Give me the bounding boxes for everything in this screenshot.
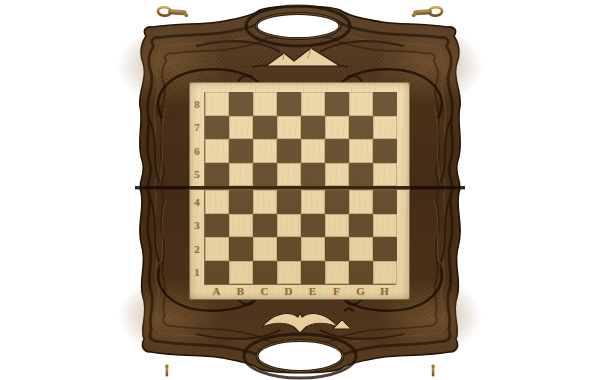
square-f2 xyxy=(325,237,349,261)
square-e6 xyxy=(301,139,325,163)
square-b8 xyxy=(229,92,253,116)
square-c1 xyxy=(253,261,277,285)
file-label-d: D xyxy=(277,284,301,298)
rank-label-4: 4 xyxy=(190,196,204,207)
product-photo: 87654321 ABCDEFGH xyxy=(0,0,600,380)
file-label-c: C xyxy=(253,284,277,298)
square-c6 xyxy=(253,139,277,163)
rank-label-7: 7 xyxy=(190,122,204,133)
square-e2 xyxy=(301,237,325,261)
square-b5 xyxy=(229,163,253,187)
hinge-pin-left xyxy=(165,364,169,376)
handle-cutout-top xyxy=(246,6,350,46)
rank-label-2: 2 xyxy=(190,243,204,254)
square-g6 xyxy=(349,139,373,163)
square-c2 xyxy=(253,237,277,261)
square-d2 xyxy=(277,237,301,261)
square-d8 xyxy=(277,92,301,116)
square-f3 xyxy=(325,214,349,238)
square-a6 xyxy=(205,139,229,163)
square-b1 xyxy=(229,261,253,285)
square-d7 xyxy=(277,116,301,140)
square-g4 xyxy=(349,190,373,214)
square-f5 xyxy=(325,163,349,187)
chess-board xyxy=(205,92,397,284)
board-lower-half xyxy=(205,190,397,284)
square-h3 xyxy=(373,214,397,238)
chess-board-panel: 87654321 ABCDEFGH xyxy=(189,82,410,300)
rank-label-6: 6 xyxy=(190,145,204,156)
file-label-b: B xyxy=(229,284,253,298)
rank-label-1: 1 xyxy=(190,267,204,278)
square-h5 xyxy=(373,163,397,187)
square-a3 xyxy=(205,214,229,238)
square-e1 xyxy=(301,261,325,285)
square-e3 xyxy=(301,214,325,238)
square-d6 xyxy=(277,139,301,163)
square-e4 xyxy=(301,190,325,214)
square-f1 xyxy=(325,261,349,285)
file-label-h: H xyxy=(373,284,397,298)
square-b3 xyxy=(229,214,253,238)
square-a5 xyxy=(205,163,229,187)
square-h1 xyxy=(373,261,397,285)
brass-latch-right xyxy=(411,7,442,18)
square-c5 xyxy=(253,163,277,187)
square-c7 xyxy=(253,116,277,140)
square-e5 xyxy=(301,163,325,187)
square-f6 xyxy=(325,139,349,163)
file-label-f: F xyxy=(325,284,349,298)
hinge-pin-right xyxy=(431,364,435,376)
square-b6 xyxy=(229,139,253,163)
rank-label-5: 5 xyxy=(190,169,204,180)
square-h2 xyxy=(373,237,397,261)
file-label-g: G xyxy=(349,284,373,298)
square-h7 xyxy=(373,116,397,140)
square-a7 xyxy=(205,116,229,140)
board-upper-half xyxy=(205,92,397,186)
square-c3 xyxy=(253,214,277,238)
handle-cutout-bottom xyxy=(244,334,356,378)
brass-latch-left xyxy=(158,7,189,18)
square-g2 xyxy=(349,237,373,261)
square-d1 xyxy=(277,261,301,285)
square-e8 xyxy=(301,92,325,116)
square-g1 xyxy=(349,261,373,285)
rank-label-8: 8 xyxy=(190,98,204,109)
square-b2 xyxy=(229,237,253,261)
square-h4 xyxy=(373,190,397,214)
square-a1 xyxy=(205,261,229,285)
square-g7 xyxy=(349,116,373,140)
square-d4 xyxy=(277,190,301,214)
square-f4 xyxy=(325,190,349,214)
square-g3 xyxy=(349,214,373,238)
square-f8 xyxy=(325,92,349,116)
file-label-e: E xyxy=(301,284,325,298)
square-d3 xyxy=(277,214,301,238)
square-b4 xyxy=(229,190,253,214)
square-a4 xyxy=(205,190,229,214)
square-b7 xyxy=(229,116,253,140)
file-label-a: A xyxy=(205,284,229,298)
square-d5 xyxy=(277,163,301,187)
square-c8 xyxy=(253,92,277,116)
square-e7 xyxy=(301,116,325,140)
square-c4 xyxy=(253,190,277,214)
square-h6 xyxy=(373,139,397,163)
rank-label-3: 3 xyxy=(190,220,204,231)
fold-seam-board xyxy=(189,186,410,190)
square-g8 xyxy=(349,92,373,116)
square-h8 xyxy=(373,92,397,116)
square-a8 xyxy=(205,92,229,116)
square-g5 xyxy=(349,163,373,187)
square-f7 xyxy=(325,116,349,140)
square-a2 xyxy=(205,237,229,261)
